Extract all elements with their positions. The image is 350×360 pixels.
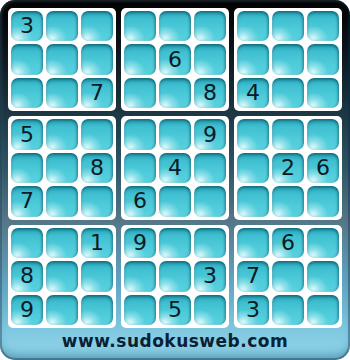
cell-r2c7[interactable] bbox=[237, 44, 269, 74]
sudoku-board: 3768458794626189935673 www.sudokusweb.co… bbox=[0, 0, 350, 360]
box-3-3: 673 bbox=[234, 225, 342, 328]
cell-r6c7[interactable] bbox=[237, 186, 269, 216]
cell-r3c7: 4 bbox=[237, 78, 269, 108]
cell-r2c9[interactable] bbox=[307, 44, 339, 74]
box-2-3: 26 bbox=[234, 116, 342, 219]
cell-r7c6[interactable] bbox=[194, 228, 226, 258]
cell-r9c9[interactable] bbox=[307, 295, 339, 325]
footer-bar: www.sudokusweb.com bbox=[8, 328, 342, 354]
box-2-1: 587 bbox=[8, 116, 116, 219]
cell-r7c9[interactable] bbox=[307, 228, 339, 258]
box-3-2: 935 bbox=[121, 225, 229, 328]
box-2-2: 946 bbox=[121, 116, 229, 219]
cell-r1c4[interactable] bbox=[124, 11, 156, 41]
cell-r8c2[interactable] bbox=[46, 261, 78, 291]
cell-r8c3[interactable] bbox=[81, 261, 113, 291]
cell-r4c6: 9 bbox=[194, 119, 226, 149]
cell-r3c9[interactable] bbox=[307, 78, 339, 108]
cell-r6c3[interactable] bbox=[81, 186, 113, 216]
cell-r5c3: 8 bbox=[81, 153, 113, 183]
cell-r6c1: 7 bbox=[11, 186, 43, 216]
cell-r8c9[interactable] bbox=[307, 261, 339, 291]
cell-r7c8: 6 bbox=[272, 228, 304, 258]
cell-r5c4[interactable] bbox=[124, 153, 156, 183]
cell-r2c6[interactable] bbox=[194, 44, 226, 74]
cell-r3c4[interactable] bbox=[124, 78, 156, 108]
cell-r4c1: 5 bbox=[11, 119, 43, 149]
cell-r2c5: 6 bbox=[159, 44, 191, 74]
cell-r9c3[interactable] bbox=[81, 295, 113, 325]
cell-r2c4[interactable] bbox=[124, 44, 156, 74]
cell-r9c8[interactable] bbox=[272, 295, 304, 325]
cell-r9c6[interactable] bbox=[194, 295, 226, 325]
cell-r3c5[interactable] bbox=[159, 78, 191, 108]
cell-r1c9[interactable] bbox=[307, 11, 339, 41]
cell-r7c3: 1 bbox=[81, 228, 113, 258]
cell-r8c6: 3 bbox=[194, 261, 226, 291]
box-1-1: 37 bbox=[8, 8, 116, 111]
cell-r4c4[interactable] bbox=[124, 119, 156, 149]
cell-r7c5[interactable] bbox=[159, 228, 191, 258]
cell-r5c2[interactable] bbox=[46, 153, 78, 183]
cell-r8c4[interactable] bbox=[124, 261, 156, 291]
cell-r9c4[interactable] bbox=[124, 295, 156, 325]
box-3-1: 189 bbox=[8, 225, 116, 328]
cell-r6c8[interactable] bbox=[272, 186, 304, 216]
cell-r1c8[interactable] bbox=[272, 11, 304, 41]
cell-r4c2[interactable] bbox=[46, 119, 78, 149]
cell-r6c2[interactable] bbox=[46, 186, 78, 216]
cell-r9c2[interactable] bbox=[46, 295, 78, 325]
cell-r5c7[interactable] bbox=[237, 153, 269, 183]
cell-r7c4: 9 bbox=[124, 228, 156, 258]
cell-r1c1: 3 bbox=[11, 11, 43, 41]
box-1-3: 4 bbox=[234, 8, 342, 111]
cell-r2c1[interactable] bbox=[11, 44, 43, 74]
cell-r1c2[interactable] bbox=[46, 11, 78, 41]
cell-r1c3[interactable] bbox=[81, 11, 113, 41]
cell-r3c8[interactable] bbox=[272, 78, 304, 108]
cell-r4c5[interactable] bbox=[159, 119, 191, 149]
cell-r5c5: 4 bbox=[159, 153, 191, 183]
cell-r4c9[interactable] bbox=[307, 119, 339, 149]
cell-r1c7[interactable] bbox=[237, 11, 269, 41]
cell-r5c8: 2 bbox=[272, 153, 304, 183]
cell-r3c2[interactable] bbox=[46, 78, 78, 108]
cell-r3c3: 7 bbox=[81, 78, 113, 108]
cell-r3c1[interactable] bbox=[11, 78, 43, 108]
cell-r4c3[interactable] bbox=[81, 119, 113, 149]
cell-r8c1: 8 bbox=[11, 261, 43, 291]
cell-r5c1[interactable] bbox=[11, 153, 43, 183]
box-1-2: 68 bbox=[121, 8, 229, 111]
site-link[interactable]: www.sudokusweb.com bbox=[62, 331, 288, 351]
cell-r9c5: 5 bbox=[159, 295, 191, 325]
cell-r5c6[interactable] bbox=[194, 153, 226, 183]
cell-r2c2[interactable] bbox=[46, 44, 78, 74]
cell-r8c8[interactable] bbox=[272, 261, 304, 291]
cell-r9c1: 9 bbox=[11, 295, 43, 325]
cell-r6c9[interactable] bbox=[307, 186, 339, 216]
cell-r1c6[interactable] bbox=[194, 11, 226, 41]
cell-r4c8[interactable] bbox=[272, 119, 304, 149]
cell-r6c6[interactable] bbox=[194, 186, 226, 216]
cell-r2c8[interactable] bbox=[272, 44, 304, 74]
cell-r5c9: 6 bbox=[307, 153, 339, 183]
cell-r7c7[interactable] bbox=[237, 228, 269, 258]
sudoku-grid: 3768458794626189935673 bbox=[8, 8, 342, 328]
cell-r1c5[interactable] bbox=[159, 11, 191, 41]
cell-r7c2[interactable] bbox=[46, 228, 78, 258]
cell-r6c4: 6 bbox=[124, 186, 156, 216]
cell-r8c7: 7 bbox=[237, 261, 269, 291]
cell-r7c1[interactable] bbox=[11, 228, 43, 258]
cell-r3c6: 8 bbox=[194, 78, 226, 108]
cell-r6c5[interactable] bbox=[159, 186, 191, 216]
cell-r8c5[interactable] bbox=[159, 261, 191, 291]
cell-r9c7: 3 bbox=[237, 295, 269, 325]
cell-r2c3[interactable] bbox=[81, 44, 113, 74]
cell-r4c7[interactable] bbox=[237, 119, 269, 149]
